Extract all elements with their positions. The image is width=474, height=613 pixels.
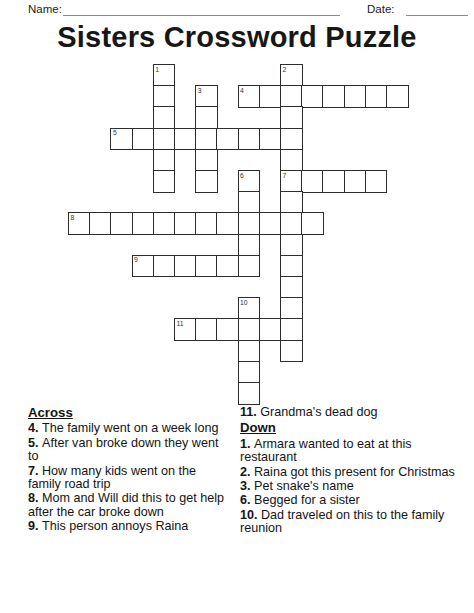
cell-r1-c13[interactable] — [344, 85, 367, 108]
cell-number-3: 3 — [198, 87, 202, 94]
cell-r5-c13[interactable] — [344, 170, 367, 193]
across-header: Across — [28, 406, 230, 419]
cell-r7-c10[interactable] — [280, 212, 303, 235]
clue-text: Mom and Will did this to get help after … — [28, 491, 224, 518]
cell-r1-c8[interactable]: 4 — [238, 85, 261, 108]
cell-r12-c6[interactable] — [195, 318, 218, 341]
crossword-grid: 1234567891011 — [68, 64, 409, 405]
cell-r7-c5[interactable] — [174, 212, 197, 235]
cell-r4-c10[interactable] — [280, 149, 303, 172]
cell-r12-c8[interactable] — [238, 318, 261, 341]
cell-number-2: 2 — [283, 66, 287, 73]
cell-number-11: 11 — [177, 320, 184, 327]
cell-r5-c8[interactable]: 6 — [238, 170, 261, 193]
clue-number-label: 7. — [28, 464, 42, 478]
clue-text: The family went on a week long — [42, 421, 218, 435]
cell-r7-c9[interactable] — [259, 212, 282, 235]
clue-text: Grandma's dead dog — [260, 405, 377, 419]
cell-r5-c14[interactable] — [365, 170, 388, 193]
cell-r1-c12[interactable] — [322, 85, 345, 108]
cell-r8-c10[interactable] — [280, 234, 303, 257]
cell-r7-c6[interactable] — [195, 212, 218, 235]
clue-down-2: 2. Raina got this present for Christmas — [240, 466, 468, 479]
clue-number-label: 1. — [240, 437, 254, 451]
cell-r1-c9[interactable] — [259, 85, 282, 108]
cell-r1-c10[interactable] — [280, 85, 303, 108]
cell-r9-c8[interactable] — [238, 255, 261, 278]
cell-number-5: 5 — [113, 129, 117, 136]
cell-r3-c5[interactable] — [174, 128, 197, 151]
cell-r15-c8[interactable] — [238, 382, 261, 405]
cell-number-7: 7 — [283, 172, 287, 179]
cell-r3-c10[interactable] — [280, 128, 303, 151]
cell-r3-c6[interactable] — [195, 128, 218, 151]
clue-across-4: 4. The family went on a week long — [28, 422, 230, 435]
down-clues-list: 1. Armara wanted to eat at this restaura… — [240, 438, 468, 536]
cell-number-4: 4 — [240, 87, 244, 94]
cell-r14-c8[interactable] — [238, 361, 261, 384]
clue-across-11: 11. Grandma's dead dog — [240, 406, 468, 419]
name-input-line[interactable] — [63, 15, 340, 16]
cell-r1-c6[interactable]: 3 — [195, 85, 218, 108]
across-overflow-list: 11. Grandma's dead dog — [240, 406, 468, 419]
cell-r5-c10[interactable]: 7 — [280, 170, 303, 193]
cell-r11-c10[interactable] — [280, 297, 303, 320]
clue-text: How many kids went on the family road tr… — [28, 464, 196, 491]
clue-across-8: 8. Mom and Will did this to get help aft… — [28, 492, 230, 519]
clue-text: Pet snake's name — [254, 479, 354, 493]
clue-number-label: 9. — [28, 519, 42, 533]
cell-r7-c11[interactable] — [301, 212, 324, 235]
cell-r3-c8[interactable] — [238, 128, 261, 151]
cell-r1-c14[interactable] — [365, 85, 388, 108]
cell-r3-c2[interactable]: 5 — [110, 128, 133, 151]
cell-r12-c10[interactable] — [280, 318, 303, 341]
cell-number-10: 10 — [240, 299, 248, 306]
cell-r2-c4[interactable] — [153, 106, 176, 129]
clue-text: Armara wanted to eat at this restaurant — [240, 437, 412, 464]
cell-r5-c12[interactable] — [322, 170, 345, 193]
clue-down-1: 1. Armara wanted to eat at this restaura… — [240, 438, 468, 465]
cell-r7-c7[interactable] — [216, 212, 239, 235]
cell-number-8: 8 — [71, 214, 75, 221]
cell-r4-c4[interactable] — [153, 149, 176, 172]
cell-r7-c4[interactable] — [153, 212, 176, 235]
across-clues-list: 4. The family went on a week long5. Afte… — [28, 422, 230, 533]
cell-r8-c8[interactable] — [238, 234, 261, 257]
cell-number-1: 1 — [155, 66, 159, 73]
clue-down-3: 3. Pet snake's name — [240, 480, 468, 493]
cell-r7-c3[interactable] — [132, 212, 155, 235]
cell-r9-c7[interactable] — [216, 255, 239, 278]
clue-text: After van broke down they went to — [28, 436, 218, 463]
clue-text: Raina got this present for Christmas — [254, 465, 455, 479]
cell-r9-c10[interactable] — [280, 255, 303, 278]
worksheet-page: Name: Date: Sisters Crossword Puzzle 123… — [0, 0, 474, 613]
across-clues-column: Across 4. The family went on a week long… — [28, 406, 230, 535]
cell-r6-c8[interactable] — [238, 191, 261, 214]
clue-across-7: 7. How many kids went on the family road… — [28, 465, 230, 492]
clue-number-label: 6. — [240, 493, 254, 507]
name-label: Name: — [28, 3, 62, 15]
page-title: Sisters Crossword Puzzle — [0, 21, 474, 54]
cell-r13-c8[interactable] — [238, 340, 261, 363]
cell-r0-c10[interactable]: 2 — [280, 64, 303, 87]
cell-r5-c11[interactable] — [301, 170, 324, 193]
cell-r7-c8[interactable] — [238, 212, 261, 235]
clue-number-label: 10. — [240, 508, 261, 522]
cell-r13-c10[interactable] — [280, 340, 303, 363]
cell-r6-c10[interactable] — [280, 191, 303, 214]
cell-r9-c3[interactable]: 9 — [132, 255, 155, 278]
cell-r0-c4[interactable]: 1 — [153, 64, 176, 87]
clue-number-label: 3. — [240, 479, 254, 493]
clue-number-label: 2. — [240, 465, 254, 479]
cell-r5-c6[interactable] — [195, 170, 218, 193]
down-clues-column: 11. Grandma's dead dog Down 1. Armara wa… — [240, 406, 468, 537]
clue-text: Begged for a sister — [254, 493, 360, 507]
cell-r1-c11[interactable] — [301, 85, 324, 108]
cell-r7-c1[interactable] — [89, 212, 112, 235]
clue-text: Dad traveled on this to the family reuni… — [240, 508, 444, 535]
cell-r10-c10[interactable] — [280, 276, 303, 299]
cell-r9-c6[interactable] — [195, 255, 218, 278]
cell-number-9: 9 — [134, 256, 138, 263]
cell-r4-c6[interactable] — [195, 149, 218, 172]
cell-r1-c15[interactable] — [386, 85, 409, 108]
clue-number-label: 11. — [240, 405, 260, 419]
date-label: Date: — [367, 3, 395, 15]
cell-r1-c4[interactable] — [153, 85, 176, 108]
date-input-line[interactable] — [406, 15, 468, 16]
clue-number-label: 5. — [28, 436, 42, 450]
clue-across-9: 9. This person annoys Raina — [28, 520, 230, 533]
cell-r2-c10[interactable] — [280, 106, 303, 129]
clue-across-5: 5. After van broke down they went to — [28, 437, 230, 464]
clue-number-label: 8. — [28, 491, 42, 505]
cell-r12-c9[interactable] — [259, 318, 282, 341]
clue-number-label: 4. — [28, 421, 42, 435]
cell-r11-c8[interactable]: 10 — [238, 297, 261, 320]
clue-down-10: 10. Dad traveled on this to the family r… — [240, 509, 468, 536]
cell-r3-c9[interactable] — [259, 128, 282, 151]
cell-r5-c4[interactable] — [153, 170, 176, 193]
cell-r9-c4[interactable] — [153, 255, 176, 278]
cell-number-6: 6 — [240, 172, 244, 179]
cell-r7-c2[interactable] — [110, 212, 133, 235]
cell-r3-c4[interactable] — [153, 128, 176, 151]
cell-r9-c5[interactable] — [174, 255, 197, 278]
down-header: Down — [240, 421, 468, 434]
clue-text: This person annoys Raina — [42, 519, 188, 533]
cell-r7-c0[interactable]: 8 — [68, 212, 91, 235]
clue-down-6: 6. Begged for a sister — [240, 494, 468, 507]
cell-r12-c7[interactable] — [216, 318, 239, 341]
cell-r2-c6[interactable] — [195, 106, 218, 129]
cell-r3-c3[interactable] — [132, 128, 155, 151]
cell-r12-c5[interactable]: 11 — [174, 318, 197, 341]
cell-r3-c7[interactable] — [216, 128, 239, 151]
